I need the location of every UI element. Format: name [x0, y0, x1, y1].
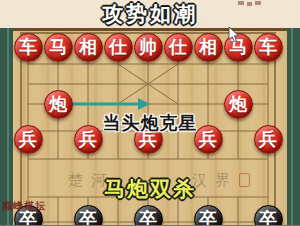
piece-glyph: 兵: [19, 130, 37, 148]
river-label-right: 汉界: [192, 171, 238, 190]
piece-red-soldier[interactable]: 兵: [254, 125, 283, 154]
arrow-caption: 当头炮克星: [103, 111, 198, 135]
piece-glyph: 炮: [229, 95, 247, 113]
piece-glyph: 兵: [199, 130, 217, 148]
cropped-logo-fragment: [238, 1, 244, 5]
piece-red-elephant[interactable]: 相: [194, 33, 223, 62]
river-seal-stamp: [239, 173, 250, 187]
piece-glyph: 卒: [199, 210, 217, 225]
piece-red-horse[interactable]: 马: [44, 33, 73, 62]
piece-red-chariot[interactable]: 车: [14, 33, 43, 62]
piece-red-general[interactable]: 帅: [134, 33, 163, 62]
piece-glyph: 车: [259, 38, 277, 56]
piece-red-soldier[interactable]: 兵: [74, 125, 103, 154]
cropped-logo-fragment: [255, 1, 261, 5]
piece-glyph: 卒: [79, 210, 97, 225]
mouse-cursor-icon: [228, 27, 240, 43]
piece-glyph: 仕: [109, 38, 127, 56]
piece-black-soldier[interactable]: 卒: [194, 205, 223, 226]
piece-black-soldier[interactable]: 卒: [134, 205, 163, 226]
piece-glyph: 车: [19, 38, 37, 56]
piece-glyph: 相: [79, 38, 97, 56]
piece-glyph: 帅: [139, 38, 157, 56]
piece-red-soldier[interactable]: 兵: [14, 125, 43, 154]
piece-red-chariot[interactable]: 车: [254, 33, 283, 62]
piece-glyph: 卒: [259, 210, 277, 225]
xiangqi-app-screen: 攻势如潮: [0, 0, 300, 225]
piece-glyph: 相: [199, 38, 217, 56]
piece-glyph: 炮: [49, 95, 67, 113]
piece-glyph: 马: [49, 38, 67, 56]
piece-glyph: 兵: [79, 130, 97, 148]
cropped-logo-fragment: [247, 2, 252, 6]
page-title: 攻势如潮: [102, 0, 198, 28]
piece-glyph: 兵: [259, 130, 277, 148]
piece-red-advisor[interactable]: 仕: [104, 33, 133, 62]
channel-watermark: 巅峰棋坛: [2, 199, 46, 213]
piece-black-soldier[interactable]: 卒: [74, 205, 103, 226]
piece-glyph: 卒: [139, 210, 157, 225]
piece-red-cannon[interactable]: 炮: [224, 90, 253, 119]
piece-red-elephant[interactable]: 相: [74, 33, 103, 62]
piece-glyph: 仕: [169, 38, 187, 56]
piece-black-soldier[interactable]: 卒: [254, 205, 283, 226]
piece-red-cannon[interactable]: 炮: [44, 90, 73, 119]
piece-red-advisor[interactable]: 仕: [164, 33, 193, 62]
kill-caption: 马炮双杀: [104, 175, 196, 203]
piece-red-soldier[interactable]: 兵: [194, 125, 223, 154]
